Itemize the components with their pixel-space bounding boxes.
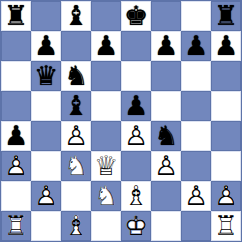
square-f4[interactable]: ♞	[151, 121, 181, 151]
black-knight-icon: ♞	[61, 61, 91, 91]
square-a6[interactable]	[1, 61, 31, 91]
square-g7[interactable]: ♟	[181, 31, 211, 61]
square-f3[interactable]: ♟♙	[151, 151, 181, 181]
square-b3[interactable]	[31, 151, 61, 181]
square-b8[interactable]	[31, 1, 61, 31]
square-h8[interactable]: ♜	[211, 1, 241, 31]
black-bishop-icon: ♝	[61, 91, 91, 121]
square-d5[interactable]	[91, 91, 121, 121]
square-e4[interactable]: ♟♙	[121, 121, 151, 151]
square-d4[interactable]	[91, 121, 121, 151]
square-d1[interactable]	[91, 211, 121, 241]
white-king-outline-icon: ♔	[121, 211, 151, 241]
white-rook-icon: ♜♖	[1, 211, 31, 241]
square-f5[interactable]	[151, 91, 181, 121]
white-bishop-outline-icon: ♗	[121, 181, 151, 211]
white-pawn-outline-icon: ♙	[121, 121, 151, 151]
square-a4[interactable]: ♟	[1, 121, 31, 151]
white-king-icon: ♚♔	[121, 211, 151, 241]
square-h2[interactable]: ♟♙	[211, 181, 241, 211]
square-b1[interactable]	[31, 211, 61, 241]
white-knight-icon: ♞♘	[91, 181, 121, 211]
square-b6[interactable]: ♛	[31, 61, 61, 91]
square-g8[interactable]	[181, 1, 211, 31]
white-queen-icon: ♛♕	[91, 151, 121, 181]
square-c7[interactable]	[61, 31, 91, 61]
square-f2[interactable]	[151, 181, 181, 211]
black-pawn-icon: ♟	[211, 31, 241, 61]
black-king-icon: ♚	[121, 1, 151, 31]
square-f6[interactable]	[151, 61, 181, 91]
white-pawn-outline-icon: ♙	[31, 181, 61, 211]
white-bishop-icon: ♝♗	[61, 211, 91, 241]
square-c1[interactable]: ♝♗	[61, 211, 91, 241]
square-f1[interactable]	[151, 211, 181, 241]
square-e7[interactable]	[121, 31, 151, 61]
square-h7[interactable]: ♟	[211, 31, 241, 61]
white-pawn-outline-icon: ♙	[151, 151, 181, 181]
square-a2[interactable]	[1, 181, 31, 211]
black-bishop-icon: ♝	[61, 1, 91, 31]
square-a1[interactable]: ♜♖	[1, 211, 31, 241]
white-knight-outline-icon: ♘	[91, 181, 121, 211]
square-f8[interactable]	[151, 1, 181, 31]
square-e3[interactable]	[121, 151, 151, 181]
white-queen-outline-icon: ♕	[91, 151, 121, 181]
white-pawn-icon: ♟♙	[61, 121, 91, 151]
white-pawn-outline-icon: ♙	[181, 181, 211, 211]
black-pawn-icon: ♟	[181, 31, 211, 61]
square-c4[interactable]: ♟♙	[61, 121, 91, 151]
black-pawn-icon: ♟	[151, 31, 181, 61]
white-bishop-icon: ♝♗	[121, 181, 151, 211]
square-e8[interactable]: ♚	[121, 1, 151, 31]
square-a7[interactable]	[1, 31, 31, 61]
black-pawn-icon: ♟	[31, 31, 61, 61]
square-d6[interactable]	[91, 61, 121, 91]
white-knight-outline-icon: ♘	[61, 151, 91, 181]
square-a5[interactable]	[1, 91, 31, 121]
black-queen-icon: ♛	[31, 61, 61, 91]
white-pawn-icon: ♟♙	[211, 181, 241, 211]
white-pawn-icon: ♟♙	[31, 181, 61, 211]
square-e5[interactable]: ♟	[121, 91, 151, 121]
white-pawn-icon: ♟♙	[1, 151, 31, 181]
square-h3[interactable]	[211, 151, 241, 181]
square-c3[interactable]: ♞♘	[61, 151, 91, 181]
square-e1[interactable]: ♚♔	[121, 211, 151, 241]
square-a3[interactable]: ♟♙	[1, 151, 31, 181]
square-b4[interactable]	[31, 121, 61, 151]
white-pawn-icon: ♟♙	[121, 121, 151, 151]
square-g1[interactable]	[181, 211, 211, 241]
black-pawn-icon: ♟	[1, 121, 31, 151]
square-b7[interactable]: ♟	[31, 31, 61, 61]
square-b2[interactable]: ♟♙	[31, 181, 61, 211]
square-d2[interactable]: ♞♘	[91, 181, 121, 211]
white-bishop-outline-icon: ♗	[61, 211, 91, 241]
white-rook-icon: ♜♖	[211, 211, 241, 241]
square-c5[interactable]: ♝	[61, 91, 91, 121]
black-pawn-icon: ♟	[121, 91, 151, 121]
white-rook-outline-icon: ♖	[1, 211, 31, 241]
square-d7[interactable]: ♟	[91, 31, 121, 61]
black-pawn-icon: ♟	[91, 31, 121, 61]
square-g2[interactable]: ♟♙	[181, 181, 211, 211]
square-g3[interactable]	[181, 151, 211, 181]
white-pawn-icon: ♟♙	[181, 181, 211, 211]
square-h5[interactable]	[211, 91, 241, 121]
black-knight-icon: ♞	[151, 121, 181, 151]
chess-board: ♜♝♚♜♟♟♟♟♟♛♞♝♟♟♟♙♟♙♞♟♙♞♘♛♕♟♙♟♙♞♘♝♗♟♙♟♙♜♖♝…	[0, 0, 242, 242]
white-pawn-outline-icon: ♙	[211, 181, 241, 211]
square-g6[interactable]	[181, 61, 211, 91]
black-rook-icon: ♜	[1, 1, 31, 31]
square-c8[interactable]: ♝	[61, 1, 91, 31]
white-pawn-outline-icon: ♙	[61, 121, 91, 151]
square-e2[interactable]: ♝♗	[121, 181, 151, 211]
white-knight-icon: ♞♘	[61, 151, 91, 181]
square-b5[interactable]	[31, 91, 61, 121]
square-h4[interactable]	[211, 121, 241, 151]
white-pawn-icon: ♟♙	[151, 151, 181, 181]
white-rook-outline-icon: ♖	[211, 211, 241, 241]
square-g5[interactable]	[181, 91, 211, 121]
black-rook-icon: ♜	[211, 1, 241, 31]
square-c6[interactable]: ♞	[61, 61, 91, 91]
square-h6[interactable]	[211, 61, 241, 91]
square-f7[interactable]: ♟	[151, 31, 181, 61]
square-e6[interactable]	[121, 61, 151, 91]
square-a8[interactable]: ♜	[1, 1, 31, 31]
square-d8[interactable]	[91, 1, 121, 31]
square-c2[interactable]	[61, 181, 91, 211]
white-pawn-outline-icon: ♙	[1, 151, 31, 181]
square-d3[interactable]: ♛♕	[91, 151, 121, 181]
square-h1[interactable]: ♜♖	[211, 211, 241, 241]
square-g4[interactable]	[181, 121, 211, 151]
